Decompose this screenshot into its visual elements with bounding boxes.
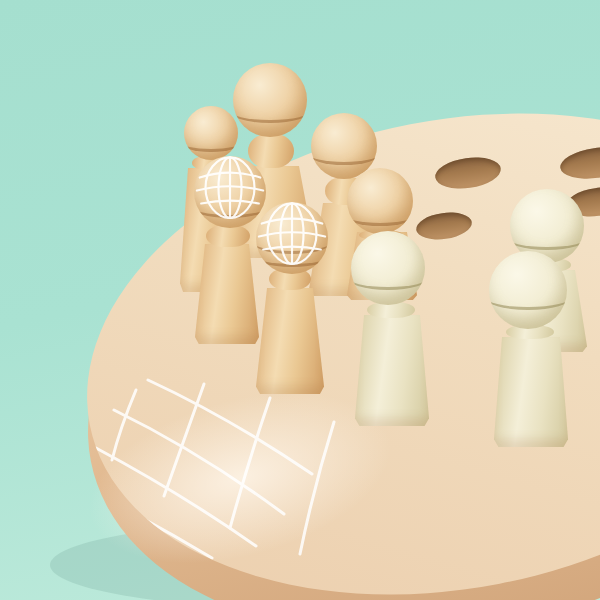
peg-head bbox=[489, 251, 567, 329]
peg-front-right-cream[interactable] bbox=[0, 0, 600, 600]
peg-head-groove bbox=[489, 284, 567, 310]
product-photo-scene bbox=[0, 0, 600, 600]
peg-pieces-layer bbox=[0, 0, 600, 600]
peg-body bbox=[494, 337, 568, 447]
